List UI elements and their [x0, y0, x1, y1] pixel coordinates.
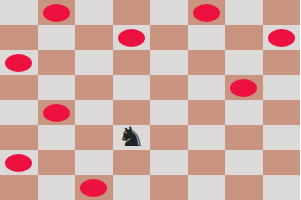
square-f1[interactable] [188, 175, 226, 200]
red-target-piece-f8[interactable] [193, 4, 220, 22]
square-a5[interactable] [0, 75, 38, 100]
red-target-piece-a6[interactable] [5, 54, 32, 72]
square-f8[interactable] [188, 0, 226, 25]
square-c8[interactable] [75, 0, 113, 25]
square-b5[interactable] [38, 75, 76, 100]
square-b6[interactable] [38, 50, 76, 75]
square-h7[interactable] [263, 25, 301, 50]
chess-board: ♞ [0, 0, 300, 200]
square-c1[interactable] [75, 175, 113, 200]
red-target-piece-b8[interactable] [43, 4, 70, 22]
square-a7[interactable] [0, 25, 38, 50]
square-f5[interactable] [188, 75, 226, 100]
square-e5[interactable] [150, 75, 188, 100]
square-g7[interactable] [225, 25, 263, 50]
square-c6[interactable] [75, 50, 113, 75]
square-a8[interactable] [0, 0, 38, 25]
square-c5[interactable] [75, 75, 113, 100]
square-h1[interactable] [263, 175, 301, 200]
red-target-piece-c1[interactable] [80, 179, 107, 197]
square-c2[interactable] [75, 150, 113, 175]
square-b3[interactable] [38, 125, 76, 150]
square-g4[interactable] [225, 100, 263, 125]
square-d2[interactable] [113, 150, 151, 175]
red-target-piece-a2[interactable] [5, 154, 32, 172]
square-e3[interactable] [150, 125, 188, 150]
square-b8[interactable] [38, 0, 76, 25]
square-d6[interactable] [113, 50, 151, 75]
square-d1[interactable] [113, 175, 151, 200]
square-h3[interactable] [263, 125, 301, 150]
red-target-piece-b4[interactable] [43, 104, 70, 122]
red-target-piece-d7[interactable] [118, 29, 145, 47]
red-target-piece-g5[interactable] [230, 79, 257, 97]
square-a6[interactable] [0, 50, 38, 75]
square-b2[interactable] [38, 150, 76, 175]
square-d3[interactable]: ♞ [113, 125, 151, 150]
square-f2[interactable] [188, 150, 226, 175]
square-h6[interactable] [263, 50, 301, 75]
square-h4[interactable] [263, 100, 301, 125]
square-c7[interactable] [75, 25, 113, 50]
square-c3[interactable] [75, 125, 113, 150]
square-c4[interactable] [75, 100, 113, 125]
square-f6[interactable] [188, 50, 226, 75]
square-e7[interactable] [150, 25, 188, 50]
square-a3[interactable] [0, 125, 38, 150]
square-g5[interactable] [225, 75, 263, 100]
square-b7[interactable] [38, 25, 76, 50]
square-h2[interactable] [263, 150, 301, 175]
square-g1[interactable] [225, 175, 263, 200]
square-f3[interactable] [188, 125, 226, 150]
square-a4[interactable] [0, 100, 38, 125]
square-b1[interactable] [38, 175, 76, 200]
square-f7[interactable] [188, 25, 226, 50]
square-h5[interactable] [263, 75, 301, 100]
square-e6[interactable] [150, 50, 188, 75]
square-e2[interactable] [150, 150, 188, 175]
square-a2[interactable] [0, 150, 38, 175]
square-g6[interactable] [225, 50, 263, 75]
square-g8[interactable] [225, 0, 263, 25]
square-a1[interactable] [0, 175, 38, 200]
square-g2[interactable] [225, 150, 263, 175]
square-d5[interactable] [113, 75, 151, 100]
red-target-piece-h7[interactable] [268, 29, 295, 47]
square-b4[interactable] [38, 100, 76, 125]
square-d8[interactable] [113, 0, 151, 25]
square-e4[interactable] [150, 100, 188, 125]
square-f4[interactable] [188, 100, 226, 125]
square-d7[interactable] [113, 25, 151, 50]
square-g3[interactable] [225, 125, 263, 150]
square-e1[interactable] [150, 175, 188, 200]
square-h8[interactable] [263, 0, 301, 25]
black-knight-piece[interactable]: ♞ [117, 123, 146, 150]
square-e8[interactable] [150, 0, 188, 25]
